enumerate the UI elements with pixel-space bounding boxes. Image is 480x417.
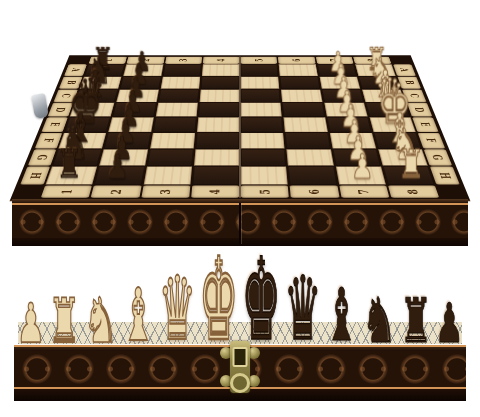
piece-light-rook-h8[interactable]: ♜ [398, 145, 424, 184]
rank-label-top-6: 6 [278, 57, 315, 64]
square-e3[interactable] [153, 117, 197, 131]
piece-dark-pawn-h2[interactable]: ♟ [107, 150, 130, 184]
square-h3[interactable] [143, 167, 192, 185]
square-h1[interactable]: ♜ [46, 167, 98, 185]
square-f5[interactable] [241, 133, 285, 148]
piece-display-row: ♟♜♞♝♛♚♚♛♝♞♜♟ [16, 229, 464, 345]
latch-keyplate [233, 347, 248, 367]
display-piece-dark-pawn[interactable]: ♟ [435, 303, 464, 345]
square-g5[interactable] [241, 149, 286, 166]
square-c3[interactable] [158, 89, 199, 102]
display-piece-dark-queen[interactable]: ♛ [284, 276, 322, 345]
rank-label-bottom-6: 6 [290, 185, 339, 197]
file-label-right-H: H [430, 167, 460, 185]
display-piece-light-bishop[interactable]: ♝ [121, 289, 155, 345]
square-b3[interactable] [160, 76, 200, 88]
rank-label-bottom-5: 5 [241, 185, 289, 197]
rank-label-bottom-8: 8 [388, 185, 439, 197]
square-f6[interactable] [285, 133, 330, 148]
square-h4[interactable] [192, 167, 239, 185]
square-f4[interactable] [195, 133, 239, 148]
square-d4[interactable] [198, 103, 239, 117]
square-h6[interactable] [288, 167, 337, 185]
square-a5[interactable] [241, 64, 279, 75]
display-piece-light-rook[interactable]: ♜ [48, 297, 80, 345]
rank-label-bottom-1: 1 [41, 185, 92, 197]
square-f3[interactable] [150, 133, 195, 148]
square-d6[interactable] [282, 103, 324, 117]
square-b6[interactable] [280, 76, 320, 88]
square-c6[interactable] [281, 89, 322, 102]
rank-label-bottom-2: 2 [91, 185, 141, 197]
square-g6[interactable] [287, 149, 334, 166]
open-board-area: 12345678A♜♟♟♜AB♞♟♟♞BC♝♟♟♝CD♛♟♟♛DE♚♟♟♚EF♝… [10, 2, 470, 200]
square-b4[interactable] [201, 76, 240, 88]
rank-label-top-5: 5 [241, 57, 278, 64]
brass-latch-icon[interactable] [217, 341, 263, 395]
square-a4[interactable] [202, 64, 240, 75]
square-e5[interactable] [241, 117, 283, 131]
rank-label-top-3: 3 [165, 57, 202, 64]
piece-light-pawn-h7[interactable]: ♟ [351, 150, 374, 184]
display-piece-light-queen[interactable]: ♛ [158, 276, 196, 345]
frame-corner [437, 185, 465, 197]
square-d3[interactable] [155, 103, 197, 117]
file-label-right-G: G [424, 149, 452, 166]
square-h7[interactable]: ♟ [335, 167, 385, 185]
square-c5[interactable] [241, 89, 281, 102]
square-b5[interactable] [241, 76, 280, 88]
square-a6[interactable] [279, 64, 318, 75]
square-g3[interactable] [147, 149, 194, 166]
rank-label-bottom-3: 3 [141, 185, 190, 197]
display-piece-light-knight[interactable]: ♞ [83, 296, 118, 345]
rank-label-top-4: 4 [203, 57, 240, 64]
display-piece-light-king[interactable]: ♚ [199, 256, 238, 345]
board-perspective-wrapper: 12345678A♜♟♟♜AB♞♟♟♞BC♝♟♟♝CD♛♟♟♛DE♚♟♟♚EF♝… [10, 55, 470, 200]
square-c4[interactable] [199, 89, 239, 102]
piece-dark-rook-h1[interactable]: ♜ [56, 145, 82, 184]
file-label-left-G: G [28, 149, 56, 166]
square-a3[interactable] [163, 64, 202, 75]
square-h8[interactable]: ♜ [383, 167, 435, 185]
square-h5[interactable] [241, 167, 288, 185]
rank-label-bottom-7: 7 [339, 185, 389, 197]
rank-label-bottom-4: 4 [191, 185, 239, 197]
square-h2[interactable]: ♟ [94, 167, 144, 185]
display-piece-dark-bishop[interactable]: ♝ [325, 289, 359, 345]
square-g4[interactable] [194, 149, 239, 166]
chess-board: 12345678A♜♟♟♜AB♞♟♟♞BC♝♟♟♝CD♛♟♟♛DE♚♟♟♚EF♝… [10, 55, 471, 201]
square-d5[interactable] [241, 103, 282, 117]
square-e6[interactable] [284, 117, 328, 131]
display-piece-dark-king[interactable]: ♚ [242, 256, 281, 345]
display-piece-dark-rook[interactable]: ♜ [400, 297, 432, 345]
frame-corner [15, 185, 43, 197]
display-piece-dark-knight[interactable]: ♞ [362, 296, 397, 345]
square-e4[interactable] [197, 117, 239, 131]
latch-ring [230, 373, 250, 393]
file-label-left-H: H [20, 167, 50, 185]
display-piece-light-pawn[interactable]: ♟ [16, 303, 45, 345]
chess-set-photo: 12345678A♜♟♟♜AB♞♟♟♞BC♝♟♟♝CD♛♟♟♛DE♚♟♟♚EF♝… [0, 0, 480, 417]
